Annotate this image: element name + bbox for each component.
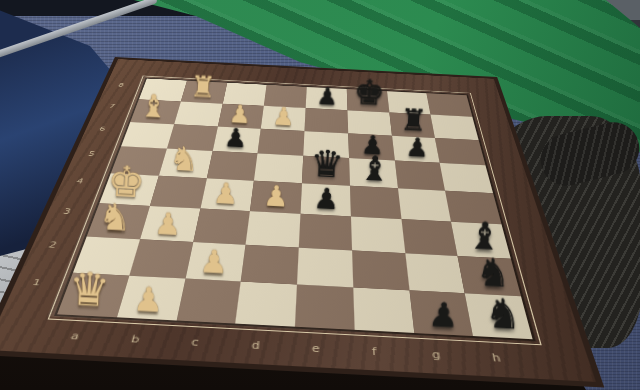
white-rook-b8[interactable]: ♜ <box>189 72 216 102</box>
square-d5[interactable] <box>254 153 303 183</box>
rank-label-2: 2 <box>47 241 57 249</box>
square-f3[interactable] <box>351 216 405 253</box>
white-bishop-a7[interactable]: ♝ <box>139 90 168 122</box>
square-b1[interactable]: ♟ <box>117 276 185 321</box>
file-label-c: c <box>191 338 200 348</box>
file-label-b: b <box>130 334 141 344</box>
chess-board: ♜♟♚♝♟♟♜♟♟♟♞♛♝♚♟♟♟♞♟♝♟♞♛♟♟♞ 87654321abcde… <box>62 0 538 390</box>
square-g1[interactable]: ♟ <box>409 291 473 336</box>
square-c4[interactable]: ♟ <box>200 178 254 211</box>
square-d7[interactable]: ♟ <box>261 106 306 131</box>
square-e5[interactable]: ♛ <box>302 156 350 186</box>
black-pawn-e8[interactable]: ♟ <box>316 84 338 109</box>
square-a6[interactable] <box>121 122 174 149</box>
square-b2[interactable] <box>129 239 193 279</box>
rank-label-6: 6 <box>98 126 106 131</box>
square-f4[interactable] <box>350 186 401 219</box>
photo-scene: ♜♟♚♝♟♟♜♟♟♟♞♛♝♚♟♟♟♞♟♝♟♞♛♟♟♞ 87654321abcde… <box>0 0 640 390</box>
square-d4[interactable]: ♟ <box>250 181 302 214</box>
black-king-f8[interactable]: ♚ <box>352 74 385 110</box>
square-c3[interactable] <box>193 208 250 244</box>
square-e7[interactable] <box>305 108 349 133</box>
square-b5[interactable]: ♞ <box>159 149 213 179</box>
white-queen-a1[interactable]: ♛ <box>67 266 111 314</box>
square-f1[interactable] <box>353 288 414 333</box>
square-e3[interactable] <box>299 214 352 250</box>
rank-label-4: 4 <box>75 178 84 184</box>
square-h5[interactable] <box>440 163 493 193</box>
white-pawn-b3[interactable]: ♟ <box>154 208 182 239</box>
square-d2[interactable] <box>241 244 299 284</box>
square-a7[interactable]: ♝ <box>130 99 180 124</box>
white-pawn-c2[interactable]: ♟ <box>199 245 229 278</box>
square-h8[interactable] <box>427 93 473 116</box>
white-knight-b5[interactable]: ♞ <box>168 142 199 176</box>
white-pawn-c4[interactable]: ♟ <box>213 179 240 209</box>
white-pawn-d7[interactable]: ♟ <box>272 103 295 129</box>
white-pawn-d4[interactable]: ♟ <box>263 181 290 211</box>
square-f5[interactable]: ♝ <box>349 158 398 188</box>
square-e1[interactable] <box>295 285 354 330</box>
black-pawn-c6[interactable]: ♟ <box>224 124 248 151</box>
rank-label-5: 5 <box>87 151 96 157</box>
file-label-f: f <box>372 347 377 357</box>
square-g2[interactable] <box>405 253 465 294</box>
white-pawn-b1[interactable]: ♟ <box>132 282 164 317</box>
square-d6[interactable] <box>258 129 305 156</box>
rank-label-7: 7 <box>108 104 116 109</box>
square-h1[interactable]: ♞ <box>465 293 533 339</box>
black-pawn-g6[interactable]: ♟ <box>405 134 429 161</box>
black-knight-h1[interactable]: ♞ <box>484 293 523 336</box>
square-g3[interactable] <box>401 219 458 256</box>
square-b4[interactable] <box>150 176 207 209</box>
square-e8[interactable]: ♟ <box>306 87 348 110</box>
square-f2[interactable] <box>352 250 409 291</box>
square-g5[interactable] <box>394 161 445 191</box>
square-h7[interactable] <box>431 114 479 139</box>
board-grid: ♜♟♚♝♟♟♜♟♟♟♞♛♝♚♟♟♟♞♟♝♟♞♛♟♟♞ <box>54 78 536 342</box>
square-c6[interactable]: ♟ <box>212 126 261 153</box>
square-g4[interactable] <box>398 188 452 221</box>
file-label-e: e <box>312 344 320 354</box>
square-b3[interactable]: ♟ <box>140 206 200 242</box>
file-label-a: a <box>69 331 80 341</box>
black-queen-e5[interactable]: ♛ <box>309 145 344 184</box>
square-a3[interactable]: ♞ <box>87 203 150 239</box>
rank-label-8: 8 <box>117 83 124 88</box>
square-f8[interactable]: ♚ <box>347 89 389 112</box>
square-b7[interactable] <box>174 101 222 126</box>
square-e4[interactable]: ♟ <box>300 183 350 216</box>
file-label-d: d <box>251 341 260 351</box>
square-c2[interactable]: ♟ <box>185 242 246 282</box>
square-d3[interactable] <box>246 211 301 247</box>
black-pawn-g1[interactable]: ♟ <box>428 297 460 332</box>
square-h6[interactable] <box>435 138 485 166</box>
black-bishop-f5[interactable]: ♝ <box>358 151 390 187</box>
square-d1[interactable] <box>235 282 296 327</box>
file-label-h: h <box>491 353 501 363</box>
board-tilt-plane: ♜♟♚♝♟♟♜♟♟♟♞♛♝♚♟♟♟♞♟♝♟♞♛♟♟♞ 87654321abcde… <box>0 57 604 388</box>
square-b8[interactable]: ♜ <box>181 81 227 104</box>
black-rook-g7[interactable]: ♜ <box>400 104 428 135</box>
rank-label-1: 1 <box>31 278 42 287</box>
black-knight-h2[interactable]: ♞ <box>475 253 512 293</box>
square-g6[interactable]: ♟ <box>392 135 440 163</box>
rank-label-3: 3 <box>62 208 72 215</box>
black-pawn-e4[interactable]: ♟ <box>313 184 340 214</box>
square-e2[interactable] <box>297 247 353 287</box>
white-knight-a3[interactable]: ♞ <box>98 198 133 236</box>
file-label-g: g <box>432 350 442 360</box>
board-frame: ♜♟♚♝♟♟♜♟♟♟♞♛♝♚♟♟♟♞♟♝♟♞♛♟♟♞ 87654321abcde… <box>0 57 604 388</box>
square-c1[interactable] <box>176 279 241 324</box>
